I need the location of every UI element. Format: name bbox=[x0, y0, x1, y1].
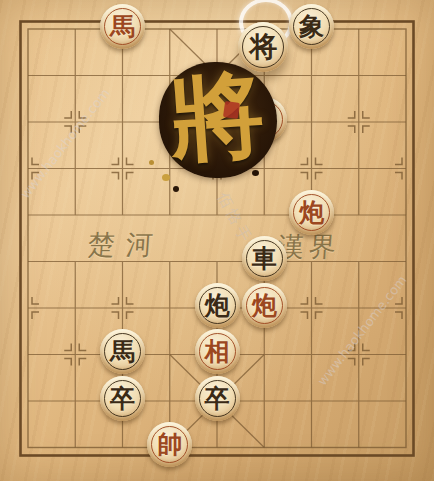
piece-glyph-red-elephant: 相 bbox=[195, 329, 240, 374]
piece-red-horse[interactable]: 馬 bbox=[100, 4, 145, 49]
piece-black-horse[interactable]: 馬 bbox=[100, 329, 145, 374]
piece-black-soldier-b[interactable]: 卒 bbox=[195, 376, 240, 421]
piece-black-soldier-a[interactable]: 卒 bbox=[100, 376, 145, 421]
piece-red-general[interactable]: 帥 bbox=[147, 422, 192, 467]
piece-black-cannon[interactable]: 炮 bbox=[195, 283, 240, 328]
check-stamp: 將 bbox=[159, 62, 277, 178]
stamp-splash bbox=[252, 170, 259, 176]
piece-red-cannon-b[interactable]: 炮 bbox=[242, 283, 287, 328]
piece-red-elephant[interactable]: 相 bbox=[195, 329, 240, 374]
piece-glyph-red-cannon-b: 炮 bbox=[242, 283, 287, 328]
piece-glyph-black-horse: 馬 bbox=[100, 329, 145, 374]
stamp-splash bbox=[162, 174, 170, 181]
xiangqi-board-screen: 楚河 漢界 www.haokhome.com www.haokhome.com … bbox=[0, 0, 434, 481]
piece-glyph-red-cannon-a: 炮 bbox=[289, 190, 334, 235]
piece-glyph-black-cannon: 炮 bbox=[195, 283, 240, 328]
piece-glyph-black-soldier-b: 卒 bbox=[195, 376, 240, 421]
piece-glyph-red-horse: 馬 bbox=[100, 4, 145, 49]
stamp-splash bbox=[149, 160, 154, 165]
stamp-splash bbox=[173, 186, 179, 192]
piece-black-chariot[interactable]: 車 bbox=[242, 236, 287, 281]
piece-red-cannon-a[interactable]: 炮 bbox=[289, 190, 334, 235]
stamp-red-seal bbox=[223, 101, 240, 119]
piece-glyph-red-general: 帥 bbox=[147, 422, 192, 467]
piece-black-elephant[interactable]: 象 bbox=[289, 4, 334, 49]
river-label-chuhe: 楚河 bbox=[87, 227, 166, 263]
piece-glyph-black-elephant: 象 bbox=[289, 4, 334, 49]
piece-glyph-black-soldier-a: 卒 bbox=[100, 376, 145, 421]
piece-glyph-black-chariot: 車 bbox=[242, 236, 287, 281]
check-stamp-glyph: 將 bbox=[154, 55, 280, 179]
